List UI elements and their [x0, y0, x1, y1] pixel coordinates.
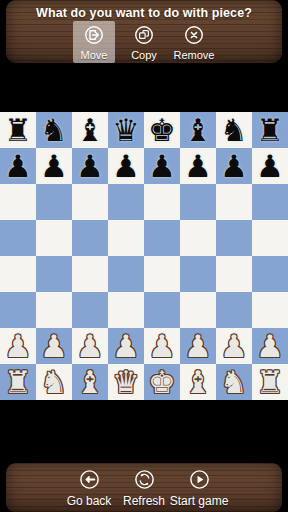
square-g7[interactable]: ♟ — [216, 148, 252, 184]
black-pawn: ♟ — [40, 148, 68, 184]
square-h7[interactable]: ♟ — [252, 148, 288, 184]
square-d5[interactable] — [108, 220, 144, 256]
black-rook: ♜ — [4, 112, 32, 148]
white-pawn: ♟ — [256, 328, 284, 364]
move-button[interactable]: Move — [73, 21, 115, 63]
square-f5[interactable] — [180, 220, 216, 256]
white-pawn: ♟ — [76, 328, 104, 364]
square-a2[interactable]: ♟ — [0, 328, 36, 364]
square-b7[interactable]: ♟ — [36, 148, 72, 184]
square-c7[interactable]: ♟ — [72, 148, 108, 184]
square-d7[interactable]: ♟ — [108, 148, 144, 184]
square-d8[interactable]: ♛ — [108, 112, 144, 148]
white-pawn: ♟ — [148, 328, 176, 364]
black-bishop: ♝ — [76, 112, 104, 148]
square-e4[interactable] — [144, 256, 180, 292]
black-pawn: ♟ — [76, 148, 104, 184]
square-a6[interactable] — [0, 184, 36, 220]
square-h2[interactable]: ♟ — [252, 328, 288, 364]
black-pawn: ♟ — [112, 148, 140, 184]
move-button-label: Move — [81, 49, 108, 61]
square-f8[interactable]: ♝ — [180, 112, 216, 148]
game-control-bar: Go back Refresh Start game — [6, 463, 282, 512]
square-f1[interactable]: ♝ — [180, 364, 216, 400]
black-pawn: ♟ — [220, 148, 248, 184]
square-c5[interactable] — [72, 220, 108, 256]
black-pawn: ♟ — [4, 148, 32, 184]
square-a7[interactable]: ♟ — [0, 148, 36, 184]
square-d4[interactable] — [108, 256, 144, 292]
square-c4[interactable] — [72, 256, 108, 292]
game-controls-row: Go back Refresh Start game — [6, 468, 282, 512]
square-f2[interactable]: ♟ — [180, 328, 216, 364]
go-back-label: Go back — [67, 494, 112, 508]
white-king: ♚ — [148, 364, 176, 400]
square-e7[interactable]: ♟ — [144, 148, 180, 184]
square-e6[interactable] — [144, 184, 180, 220]
square-g4[interactable] — [216, 256, 252, 292]
refresh-button[interactable]: Refresh — [120, 468, 168, 512]
white-pawn: ♟ — [40, 328, 68, 364]
white-knight: ♞ — [40, 364, 68, 400]
black-pawn: ♟ — [184, 148, 212, 184]
square-h5[interactable] — [252, 220, 288, 256]
square-b6[interactable] — [36, 184, 72, 220]
square-e5[interactable] — [144, 220, 180, 256]
black-knight: ♞ — [40, 112, 68, 148]
square-a4[interactable] — [0, 256, 36, 292]
square-a8[interactable]: ♜ — [0, 112, 36, 148]
square-d3[interactable] — [108, 292, 144, 328]
square-g3[interactable] — [216, 292, 252, 328]
square-g2[interactable]: ♟ — [216, 328, 252, 364]
square-b2[interactable]: ♟ — [36, 328, 72, 364]
black-knight: ♞ — [220, 112, 248, 148]
chess-board: ♜♞♝♛♚♝♞♜♟♟♟♟♟♟♟♟♟♟♟♟♟♟♟♟♜♞♝♛♚♝♞♜ — [0, 112, 288, 400]
back-icon — [78, 468, 101, 491]
square-e1[interactable]: ♚ — [144, 364, 180, 400]
square-e3[interactable] — [144, 292, 180, 328]
white-pawn: ♟ — [184, 328, 212, 364]
white-queen: ♛ — [112, 364, 140, 400]
square-h8[interactable]: ♜ — [252, 112, 288, 148]
piece-actions-row: Move Copy Remove — [6, 21, 282, 63]
go-back-button[interactable]: Go back — [65, 468, 113, 512]
white-pawn: ♟ — [4, 328, 32, 364]
white-pawn: ♟ — [220, 328, 248, 364]
refresh-label: Refresh — [123, 494, 165, 508]
copy-button-label: Copy — [131, 49, 157, 61]
white-pawn: ♟ — [112, 328, 140, 364]
square-h3[interactable] — [252, 292, 288, 328]
square-b4[interactable] — [36, 256, 72, 292]
square-g6[interactable] — [216, 184, 252, 220]
black-pawn: ♟ — [148, 148, 176, 184]
square-f7[interactable]: ♟ — [180, 148, 216, 184]
square-c2[interactable]: ♟ — [72, 328, 108, 364]
square-g1[interactable]: ♞ — [216, 364, 252, 400]
remove-button[interactable]: Remove — [173, 21, 215, 63]
square-f3[interactable] — [180, 292, 216, 328]
square-e8[interactable]: ♚ — [144, 112, 180, 148]
square-b3[interactable] — [36, 292, 72, 328]
move-icon — [83, 24, 105, 46]
square-b1[interactable]: ♞ — [36, 364, 72, 400]
square-b8[interactable]: ♞ — [36, 112, 72, 148]
remove-icon — [183, 24, 205, 46]
white-bishop: ♝ — [76, 364, 104, 400]
square-e2[interactable]: ♟ — [144, 328, 180, 364]
start-game-label: Start game — [170, 494, 229, 508]
square-d2[interactable]: ♟ — [108, 328, 144, 364]
square-c8[interactable]: ♝ — [72, 112, 108, 148]
copy-button[interactable]: Copy — [123, 21, 165, 63]
square-c6[interactable] — [72, 184, 108, 220]
remove-button-label: Remove — [174, 49, 215, 61]
square-a3[interactable] — [0, 292, 36, 328]
panel-title: What do you want to do with piece? — [6, 0, 282, 20]
square-f6[interactable] — [180, 184, 216, 220]
chess-app-screen: What do you want to do with piece? Move … — [0, 0, 288, 512]
black-bishop: ♝ — [184, 112, 212, 148]
square-g8[interactable]: ♞ — [216, 112, 252, 148]
square-c1[interactable]: ♝ — [72, 364, 108, 400]
white-rook: ♜ — [256, 364, 284, 400]
refresh-icon — [133, 468, 156, 491]
play-icon — [188, 468, 211, 491]
square-g5[interactable] — [216, 220, 252, 256]
white-rook: ♜ — [4, 364, 32, 400]
square-d6[interactable] — [108, 184, 144, 220]
start-game-button[interactable]: Start game — [175, 468, 223, 512]
white-bishop: ♝ — [184, 364, 212, 400]
square-a5[interactable] — [0, 220, 36, 256]
black-pawn: ♟ — [256, 148, 284, 184]
square-h1[interactable]: ♜ — [252, 364, 288, 400]
square-f4[interactable] — [180, 256, 216, 292]
square-h4[interactable] — [252, 256, 288, 292]
copy-icon — [133, 24, 155, 46]
square-d1[interactable]: ♛ — [108, 364, 144, 400]
black-rook: ♜ — [256, 112, 284, 148]
square-h6[interactable] — [252, 184, 288, 220]
black-king: ♚ — [148, 112, 176, 148]
square-a1[interactable]: ♜ — [0, 364, 36, 400]
piece-action-panel: What do you want to do with piece? Move … — [6, 0, 282, 63]
square-b5[interactable] — [36, 220, 72, 256]
white-knight: ♞ — [220, 364, 248, 400]
square-c3[interactable] — [72, 292, 108, 328]
black-queen: ♛ — [112, 112, 140, 148]
